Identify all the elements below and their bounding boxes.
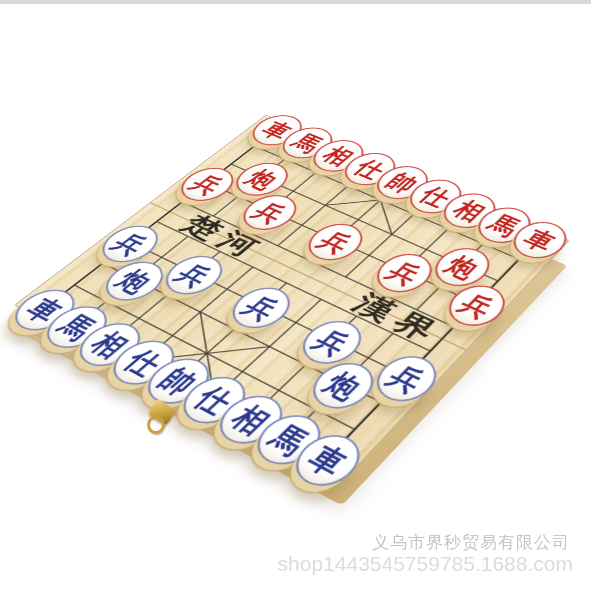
watermark-shop-url: shop1443545759785.1688.com bbox=[278, 552, 573, 576]
watermark-company: 义乌市界秒贸易有限公司 bbox=[372, 531, 570, 554]
product-photo: 楚 河 漢 界 車馬相仕帥仕相馬車炮炮兵兵兵兵兵兵兵兵兵兵炮炮車馬相仕帥仕相馬車… bbox=[0, 0, 591, 591]
top-gray-bar bbox=[0, 0, 591, 4]
xiangqi-board: 楚 河 漢 界 車馬相仕帥仕相馬車炮炮兵兵兵兵兵兵兵兵兵兵炮炮車馬相仕帥仕相馬車 bbox=[14, 115, 570, 482]
